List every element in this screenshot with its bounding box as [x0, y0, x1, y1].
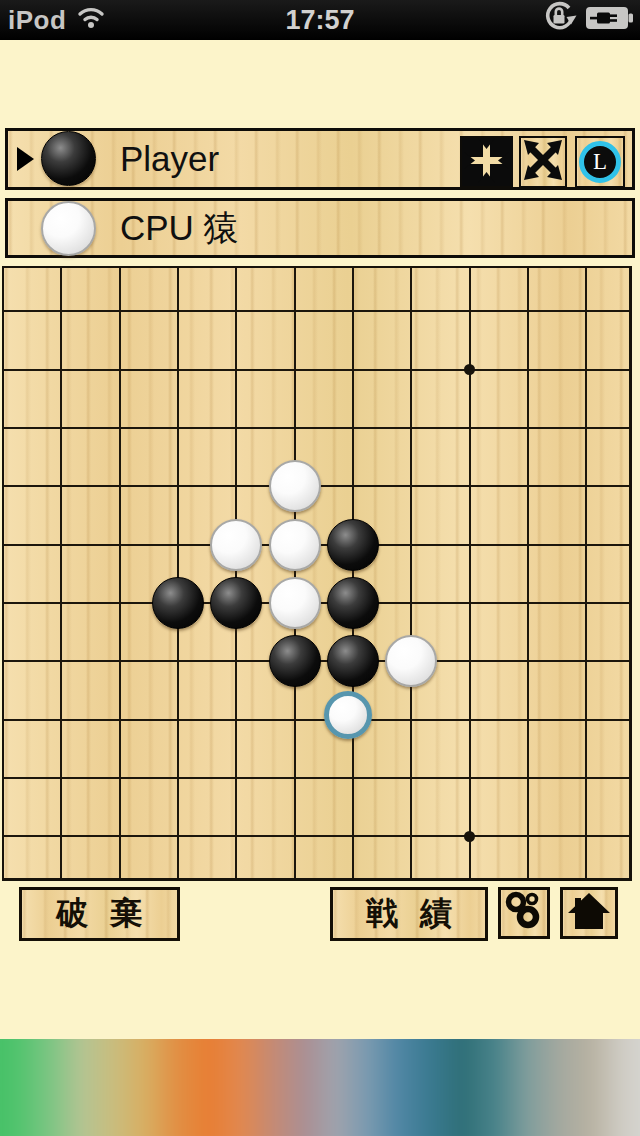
shrink-board-button[interactable] — [460, 136, 513, 188]
grid-line-row-11 — [4, 777, 629, 779]
grid-line-col-J — [352, 268, 354, 878]
grid-line-col-I — [294, 268, 296, 878]
stone-black-J7[interactable] — [327, 519, 379, 571]
stone-black-I9[interactable] — [269, 635, 321, 687]
stone-white-I6[interactable] — [269, 460, 321, 512]
player-black-stone-icon — [41, 131, 96, 186]
stone-white-K9[interactable] — [385, 635, 437, 687]
settings-button[interactable] — [498, 887, 550, 939]
dock-gradient — [0, 1039, 640, 1136]
grid-line-row-12 — [4, 835, 629, 837]
cpu-white-stone-icon — [41, 201, 96, 256]
grid-line-col-G — [177, 268, 179, 878]
stone-black-J9[interactable] — [327, 635, 379, 687]
grid-line-col-L — [469, 268, 471, 878]
grid-line-col-M — [527, 268, 529, 878]
expand-arrows-icon — [521, 136, 565, 188]
contract-arrows-icon — [462, 136, 511, 189]
star-point-L12 — [464, 831, 475, 842]
stone-white-H7[interactable] — [210, 519, 262, 571]
level-badge: L — [579, 141, 621, 183]
stone-white-J10[interactable] — [324, 691, 372, 739]
stone-white-I7[interactable] — [269, 519, 321, 571]
home-icon — [566, 890, 612, 936]
player-panel: Player L — [5, 128, 635, 190]
blurred-app-dock — [0, 1039, 640, 1136]
rotation-lock-icon — [541, 1, 577, 39]
enlarge-board-button[interactable] — [519, 136, 567, 188]
stone-white-I8[interactable] — [269, 577, 321, 629]
grid-line-col-H — [235, 268, 237, 878]
stats-button[interactable]: 戦績 — [330, 887, 488, 941]
grid-line-col-F — [119, 268, 121, 878]
board-grid — [4, 268, 629, 878]
grid-line-row-4 — [4, 369, 629, 371]
stone-black-H8[interactable] — [210, 577, 262, 629]
stone-black-G8[interactable] — [152, 577, 204, 629]
turn-indicator-icon — [17, 147, 34, 171]
level-badge-button[interactable]: L — [575, 136, 625, 188]
grid-line-col-K — [410, 268, 412, 878]
grid-line-row-10 — [4, 719, 629, 721]
board[interactable] — [2, 266, 632, 881]
gears-icon — [504, 891, 544, 935]
grid-line-row-5 — [4, 427, 629, 429]
home-button[interactable] — [560, 887, 618, 939]
grid-line-row-3 — [4, 310, 629, 312]
status-bar: iPod 17:57 — [0, 0, 640, 40]
star-point-L4 — [464, 364, 475, 375]
battery-charging-icon — [585, 4, 635, 36]
grid-line-col-N — [585, 268, 587, 878]
grid-line-col-E — [60, 268, 62, 878]
stone-black-J8[interactable] — [327, 577, 379, 629]
cpu-panel: CPU 猿 — [5, 198, 635, 258]
discard-button[interactable]: 破棄 — [19, 887, 180, 941]
cpu-name: CPU 猿 — [120, 205, 239, 252]
player-name: Player — [120, 139, 219, 179]
